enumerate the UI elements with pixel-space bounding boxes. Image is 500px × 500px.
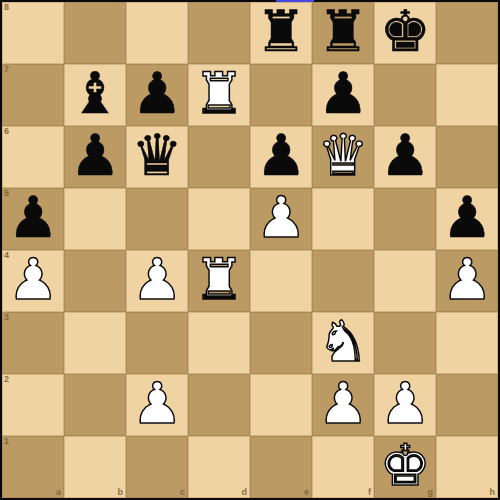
rank-label-8: 8 [4,3,9,12]
square-h7[interactable] [436,64,498,126]
white-pawn-piece[interactable]: ♟ [317,372,368,434]
file-label-e: e [304,488,309,497]
black-pawn-piece[interactable]: ♟ [255,124,306,186]
square-b5[interactable] [64,188,126,250]
square-h8[interactable] [436,2,498,64]
white-pawn-piece[interactable]: ♟ [131,248,182,310]
white-pawn-piece[interactable]: ♟ [379,372,430,434]
square-e5[interactable]: ♟ [250,188,312,250]
black-rook-piece[interactable]: ♜ [255,0,306,62]
square-b4[interactable] [64,250,126,312]
white-king-piece[interactable]: ♚ [379,434,430,496]
white-pawn-piece[interactable]: ♟ [131,372,182,434]
square-e2[interactable] [250,374,312,436]
square-f5[interactable] [312,188,374,250]
square-g6[interactable]: ♟ [374,126,436,188]
rank-label-1: 1 [4,437,9,446]
square-c8[interactable] [126,2,188,64]
square-c4[interactable]: ♟ [126,250,188,312]
square-d6[interactable] [188,126,250,188]
square-b8[interactable] [64,2,126,64]
square-b7[interactable]: ♝ [64,64,126,126]
square-d2[interactable] [188,374,250,436]
square-g7[interactable] [374,64,436,126]
square-d1[interactable]: d [188,436,250,498]
top-edge-artifact [276,0,314,2]
square-a1[interactable]: 1a [2,436,64,498]
square-e7[interactable] [250,64,312,126]
square-f3[interactable]: ♞ [312,312,374,374]
square-d8[interactable] [188,2,250,64]
square-h4[interactable]: ♟ [436,250,498,312]
black-pawn-piece[interactable]: ♟ [317,62,368,124]
black-pawn-piece[interactable]: ♟ [379,124,430,186]
square-b3[interactable] [64,312,126,374]
square-g8[interactable]: ♚ [374,2,436,64]
square-g4[interactable] [374,250,436,312]
square-b6[interactable]: ♟ [64,126,126,188]
white-knight-piece[interactable]: ♞ [317,310,368,372]
white-rook-piece[interactable]: ♜ [193,248,244,310]
white-queen-piece[interactable]: ♛ [317,124,368,186]
file-label-h: h [490,488,496,497]
white-rook-piece[interactable]: ♜ [193,62,244,124]
square-c1[interactable]: c [126,436,188,498]
black-pawn-piece[interactable]: ♟ [131,62,182,124]
black-pawn-piece[interactable]: ♟ [441,186,492,248]
square-d5[interactable] [188,188,250,250]
file-label-d: d [242,488,248,497]
black-king-piece[interactable]: ♚ [379,0,430,62]
square-f1[interactable]: f [312,436,374,498]
square-e4[interactable] [250,250,312,312]
chess-board: 8♜♜♚7♝♟♜♟6♟♛♟♛♟5♟♟♟4♟♟♜♟3♞2♟♟♟1abcdefg♚h [2,2,498,498]
square-c2[interactable]: ♟ [126,374,188,436]
square-f8[interactable]: ♜ [312,2,374,64]
square-c6[interactable]: ♛ [126,126,188,188]
square-h1[interactable]: h [436,436,498,498]
square-g2[interactable]: ♟ [374,374,436,436]
square-d3[interactable] [188,312,250,374]
file-label-f: f [368,488,371,497]
square-h2[interactable] [436,374,498,436]
square-h5[interactable]: ♟ [436,188,498,250]
square-g5[interactable] [374,188,436,250]
square-a2[interactable]: 2 [2,374,64,436]
square-a6[interactable]: 6 [2,126,64,188]
square-f6[interactable]: ♛ [312,126,374,188]
square-h3[interactable] [436,312,498,374]
square-g1[interactable]: g♚ [374,436,436,498]
rank-label-7: 7 [4,65,9,74]
square-b2[interactable] [64,374,126,436]
square-f4[interactable] [312,250,374,312]
square-f2[interactable]: ♟ [312,374,374,436]
file-label-c: c [180,488,185,497]
square-c3[interactable] [126,312,188,374]
black-pawn-piece[interactable]: ♟ [69,124,120,186]
square-e8[interactable]: ♜ [250,2,312,64]
square-g3[interactable] [374,312,436,374]
square-a4[interactable]: 4♟ [2,250,64,312]
square-e1[interactable]: e [250,436,312,498]
black-rook-piece[interactable]: ♜ [317,0,368,62]
black-pawn-piece[interactable]: ♟ [7,186,58,248]
white-pawn-piece[interactable]: ♟ [7,248,58,310]
chess-board-frame: 8♜♜♚7♝♟♜♟6♟♛♟♛♟5♟♟♟4♟♟♜♟3♞2♟♟♟1abcdefg♚h [0,0,500,500]
white-pawn-piece[interactable]: ♟ [255,186,306,248]
rank-label-6: 6 [4,127,9,136]
square-b1[interactable]: b [64,436,126,498]
square-e3[interactable] [250,312,312,374]
square-f7[interactable]: ♟ [312,64,374,126]
black-bishop-piece[interactable]: ♝ [69,62,120,124]
square-h6[interactable] [436,126,498,188]
black-queen-piece[interactable]: ♛ [131,124,182,186]
file-label-b: b [118,488,124,497]
square-d4[interactable]: ♜ [188,250,250,312]
square-c7[interactable]: ♟ [126,64,188,126]
square-c5[interactable] [126,188,188,250]
square-a5[interactable]: 5♟ [2,188,64,250]
square-a7[interactable]: 7 [2,64,64,126]
square-d7[interactable]: ♜ [188,64,250,126]
square-e6[interactable]: ♟ [250,126,312,188]
square-a8[interactable]: 8 [2,2,64,64]
rank-label-3: 3 [4,313,9,322]
file-label-a: a [56,488,61,497]
rank-label-2: 2 [4,375,9,384]
white-pawn-piece[interactable]: ♟ [441,248,492,310]
square-a3[interactable]: 3 [2,312,64,374]
